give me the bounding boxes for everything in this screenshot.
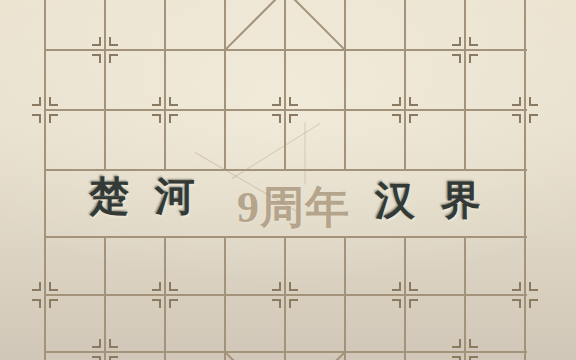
xiangqi-board: 楚河 汉界 9周年 馬士士車兵卒兵兵相炮 [0, 0, 576, 360]
board-grid [0, 0, 576, 360]
board-frame-left [0, 0, 44, 360]
